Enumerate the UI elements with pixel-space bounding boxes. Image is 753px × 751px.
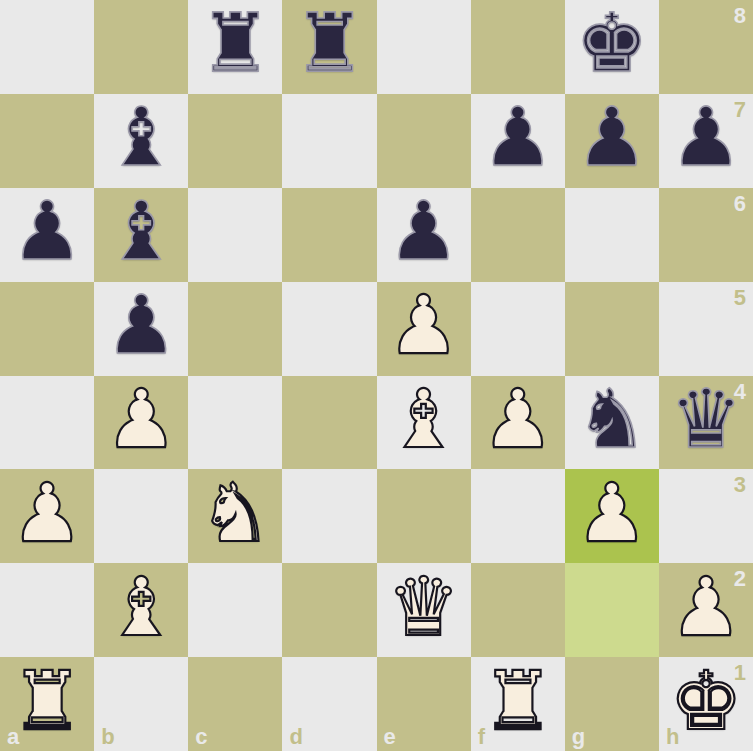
square-g8[interactable]: ♚ bbox=[565, 0, 659, 94]
piece-white-pawn[interactable]: ♟ bbox=[670, 567, 743, 654]
square-e7[interactable] bbox=[377, 94, 471, 188]
file-label-d: d bbox=[289, 724, 302, 750]
piece-black-bishop[interactable]: ♝ bbox=[105, 191, 178, 278]
square-c4[interactable] bbox=[188, 376, 282, 470]
square-b1[interactable]: b bbox=[94, 657, 188, 751]
square-b6[interactable]: ♝ bbox=[94, 188, 188, 282]
square-a1[interactable]: ♜a bbox=[0, 657, 94, 751]
square-h2[interactable]: ♟2 bbox=[659, 563, 753, 657]
square-e6[interactable]: ♟ bbox=[377, 188, 471, 282]
piece-black-pawn[interactable]: ♟ bbox=[387, 191, 460, 278]
square-d8[interactable]: ♜ bbox=[282, 0, 376, 94]
square-d1[interactable]: d bbox=[282, 657, 376, 751]
file-label-g: g bbox=[572, 724, 585, 750]
square-g1[interactable]: g bbox=[565, 657, 659, 751]
square-a5[interactable] bbox=[0, 282, 94, 376]
square-h8[interactable]: 8 bbox=[659, 0, 753, 94]
piece-white-bishop[interactable]: ♝ bbox=[387, 379, 460, 466]
piece-black-pawn[interactable]: ♟ bbox=[105, 285, 178, 372]
square-b2[interactable]: ♝ bbox=[94, 563, 188, 657]
square-e8[interactable] bbox=[377, 0, 471, 94]
piece-white-pawn[interactable]: ♟ bbox=[105, 379, 178, 466]
square-a4[interactable] bbox=[0, 376, 94, 470]
square-d7[interactable] bbox=[282, 94, 376, 188]
square-e1[interactable]: e bbox=[377, 657, 471, 751]
chess-board: ♜♜♚8♝♟♟♟7♟♝♟6♟♟5♟♝♟♞♛4♟♞♟3♝♛♟2♜abcde♜fg♚… bbox=[0, 0, 753, 751]
piece-black-pawn[interactable]: ♟ bbox=[670, 97, 743, 184]
piece-black-pawn[interactable]: ♟ bbox=[576, 97, 649, 184]
square-d3[interactable] bbox=[282, 469, 376, 563]
square-c8[interactable]: ♜ bbox=[188, 0, 282, 94]
square-f3[interactable] bbox=[471, 469, 565, 563]
square-f7[interactable]: ♟ bbox=[471, 94, 565, 188]
square-d5[interactable] bbox=[282, 282, 376, 376]
square-a2[interactable] bbox=[0, 563, 94, 657]
piece-white-queen[interactable]: ♛ bbox=[387, 567, 460, 654]
square-h6[interactable]: 6 bbox=[659, 188, 753, 282]
piece-black-rook[interactable]: ♜ bbox=[293, 3, 366, 90]
file-label-c: c bbox=[195, 724, 207, 750]
square-a3[interactable]: ♟ bbox=[0, 469, 94, 563]
square-f2[interactable] bbox=[471, 563, 565, 657]
piece-white-pawn[interactable]: ♟ bbox=[387, 285, 460, 372]
square-b4[interactable]: ♟ bbox=[94, 376, 188, 470]
square-a7[interactable] bbox=[0, 94, 94, 188]
square-c6[interactable] bbox=[188, 188, 282, 282]
square-g2[interactable] bbox=[565, 563, 659, 657]
square-g4[interactable]: ♞ bbox=[565, 376, 659, 470]
square-f6[interactable] bbox=[471, 188, 565, 282]
square-h7[interactable]: ♟7 bbox=[659, 94, 753, 188]
rank-label-8: 8 bbox=[734, 3, 746, 29]
square-h4[interactable]: ♛4 bbox=[659, 376, 753, 470]
square-f5[interactable] bbox=[471, 282, 565, 376]
square-a8[interactable] bbox=[0, 0, 94, 94]
piece-black-king[interactable]: ♚ bbox=[576, 3, 649, 90]
file-label-b: b bbox=[101, 724, 114, 750]
square-d4[interactable] bbox=[282, 376, 376, 470]
square-d2[interactable] bbox=[282, 563, 376, 657]
square-g7[interactable]: ♟ bbox=[565, 94, 659, 188]
square-b5[interactable]: ♟ bbox=[94, 282, 188, 376]
square-e4[interactable]: ♝ bbox=[377, 376, 471, 470]
square-b3[interactable] bbox=[94, 469, 188, 563]
square-c7[interactable] bbox=[188, 94, 282, 188]
square-e3[interactable] bbox=[377, 469, 471, 563]
square-h5[interactable]: 5 bbox=[659, 282, 753, 376]
square-e2[interactable]: ♛ bbox=[377, 563, 471, 657]
rank-label-6: 6 bbox=[734, 191, 746, 217]
square-g5[interactable] bbox=[565, 282, 659, 376]
square-c2[interactable] bbox=[188, 563, 282, 657]
rank-label-5: 5 bbox=[734, 285, 746, 311]
piece-white-pawn[interactable]: ♟ bbox=[481, 379, 554, 466]
piece-white-king[interactable]: ♚ bbox=[670, 661, 743, 748]
square-f4[interactable]: ♟ bbox=[471, 376, 565, 470]
square-g3[interactable]: ♟ bbox=[565, 469, 659, 563]
piece-black-queen[interactable]: ♛ bbox=[670, 379, 743, 466]
piece-black-bishop[interactable]: ♝ bbox=[105, 97, 178, 184]
piece-white-pawn[interactable]: ♟ bbox=[576, 473, 649, 560]
piece-black-pawn[interactable]: ♟ bbox=[481, 97, 554, 184]
square-f1[interactable]: ♜f bbox=[471, 657, 565, 751]
rank-label-3: 3 bbox=[734, 472, 746, 498]
piece-white-rook[interactable]: ♜ bbox=[11, 661, 84, 748]
square-g6[interactable] bbox=[565, 188, 659, 282]
square-c1[interactable]: c bbox=[188, 657, 282, 751]
square-c5[interactable] bbox=[188, 282, 282, 376]
square-b7[interactable]: ♝ bbox=[94, 94, 188, 188]
square-h3[interactable]: 3 bbox=[659, 469, 753, 563]
square-c3[interactable]: ♞ bbox=[188, 469, 282, 563]
piece-white-pawn[interactable]: ♟ bbox=[11, 473, 84, 560]
piece-white-knight[interactable]: ♞ bbox=[199, 473, 272, 560]
piece-black-rook[interactable]: ♜ bbox=[199, 3, 272, 90]
square-h1[interactable]: ♚1h bbox=[659, 657, 753, 751]
piece-white-rook[interactable]: ♜ bbox=[481, 661, 554, 748]
square-f8[interactable] bbox=[471, 0, 565, 94]
square-d6[interactable] bbox=[282, 188, 376, 282]
piece-black-pawn[interactable]: ♟ bbox=[11, 191, 84, 278]
file-label-e: e bbox=[384, 724, 396, 750]
square-b8[interactable] bbox=[94, 0, 188, 94]
square-e5[interactable]: ♟ bbox=[377, 282, 471, 376]
square-a6[interactable]: ♟ bbox=[0, 188, 94, 282]
piece-white-bishop[interactable]: ♝ bbox=[105, 567, 178, 654]
piece-black-knight[interactable]: ♞ bbox=[576, 379, 649, 466]
